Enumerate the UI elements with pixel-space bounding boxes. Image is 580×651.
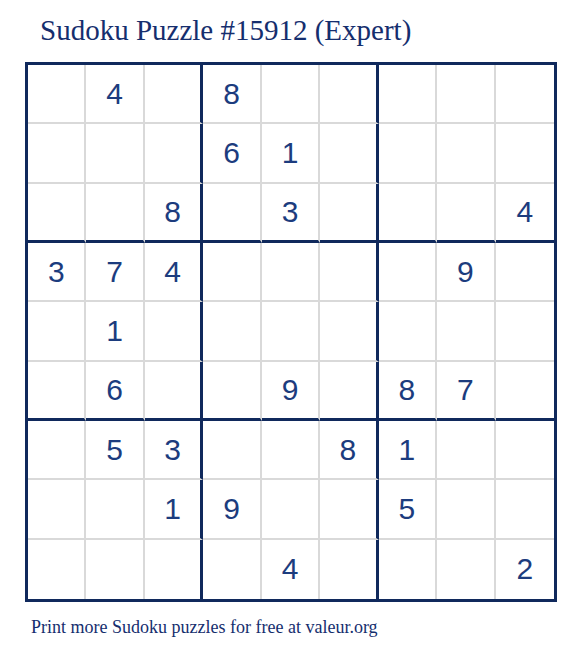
sudoku-cell-r9c2[interactable]: [86, 540, 144, 599]
sudoku-cell-r3c7[interactable]: [379, 184, 437, 243]
sudoku-cell-r2c1[interactable]: [28, 124, 86, 183]
sudoku-cell-r6c5: 9: [262, 362, 320, 421]
sudoku-cell-r8c2[interactable]: [86, 480, 144, 539]
sudoku-cell-r4c4[interactable]: [203, 243, 261, 302]
sudoku-cell-r7c5[interactable]: [262, 421, 320, 480]
sudoku-cell-r1c2: 4: [86, 65, 144, 124]
sudoku-cell-r3c1[interactable]: [28, 184, 86, 243]
sudoku-cell-r9c6[interactable]: [320, 540, 378, 599]
sudoku-cell-r3c4[interactable]: [203, 184, 261, 243]
sudoku-cell-r7c3: 3: [145, 421, 203, 480]
sudoku-cell-r8c3: 1: [145, 480, 203, 539]
sudoku-cell-r2c4: 6: [203, 124, 261, 183]
sudoku-cell-r5c3[interactable]: [145, 302, 203, 361]
sudoku-cell-r9c3[interactable]: [145, 540, 203, 599]
sudoku-cell-r4c1: 3: [28, 243, 86, 302]
sudoku-cell-r1c9[interactable]: [496, 65, 554, 124]
sudoku-cell-r1c5[interactable]: [262, 65, 320, 124]
sudoku-cell-r9c4[interactable]: [203, 540, 261, 599]
sudoku-cell-r5c1[interactable]: [28, 302, 86, 361]
sudoku-cell-r4c5[interactable]: [262, 243, 320, 302]
sudoku-cell-r6c1[interactable]: [28, 362, 86, 421]
sudoku-cell-r5c7[interactable]: [379, 302, 437, 361]
sudoku-cell-r4c9[interactable]: [496, 243, 554, 302]
sudoku-cell-r3c6[interactable]: [320, 184, 378, 243]
sudoku-cell-r8c6[interactable]: [320, 480, 378, 539]
sudoku-cell-r8c9[interactable]: [496, 480, 554, 539]
sudoku-cell-r5c9[interactable]: [496, 302, 554, 361]
sudoku-cell-r7c1[interactable]: [28, 421, 86, 480]
sudoku-cell-r7c4[interactable]: [203, 421, 261, 480]
sudoku-cell-r5c8[interactable]: [437, 302, 495, 361]
sudoku-cell-r2c8[interactable]: [437, 124, 495, 183]
sudoku-cell-r4c3: 4: [145, 243, 203, 302]
sudoku-cell-r6c6[interactable]: [320, 362, 378, 421]
page-title: Sudoku Puzzle #15912 (Expert): [40, 13, 411, 48]
sudoku-cell-r5c2: 1: [86, 302, 144, 361]
sudoku-cell-r9c7[interactable]: [379, 540, 437, 599]
sudoku-cell-r4c8: 9: [437, 243, 495, 302]
sudoku-cell-r8c4: 9: [203, 480, 261, 539]
sudoku-cell-r4c7[interactable]: [379, 243, 437, 302]
sudoku-cell-r5c5[interactable]: [262, 302, 320, 361]
sudoku-cell-r4c6[interactable]: [320, 243, 378, 302]
sudoku-cell-r1c3[interactable]: [145, 65, 203, 124]
sudoku-cell-r9c8[interactable]: [437, 540, 495, 599]
sudoku-cell-r7c8[interactable]: [437, 421, 495, 480]
sudoku-cell-r2c9[interactable]: [496, 124, 554, 183]
sudoku-cell-r4c2: 7: [86, 243, 144, 302]
sudoku-cell-r7c7: 1: [379, 421, 437, 480]
sudoku-cell-r6c3[interactable]: [145, 362, 203, 421]
sudoku-cell-r1c7[interactable]: [379, 65, 437, 124]
sudoku-cell-r3c8[interactable]: [437, 184, 495, 243]
sudoku-cell-r7c2: 5: [86, 421, 144, 480]
sudoku-cell-r2c5: 1: [262, 124, 320, 183]
sudoku-cell-r3c5: 3: [262, 184, 320, 243]
sudoku-cell-r9c5: 4: [262, 540, 320, 599]
sudoku-cell-r1c6[interactable]: [320, 65, 378, 124]
sudoku-cell-r6c9[interactable]: [496, 362, 554, 421]
sudoku-cell-r8c8[interactable]: [437, 480, 495, 539]
sudoku-cell-r9c1[interactable]: [28, 540, 86, 599]
sudoku-board: 4861834374916987538119542: [25, 62, 557, 602]
sudoku-cell-r6c2: 6: [86, 362, 144, 421]
sudoku-cell-r3c2[interactable]: [86, 184, 144, 243]
sudoku-cell-r2c3[interactable]: [145, 124, 203, 183]
sudoku-cell-r7c9[interactable]: [496, 421, 554, 480]
sudoku-cell-r8c7: 5: [379, 480, 437, 539]
sudoku-cell-r5c4[interactable]: [203, 302, 261, 361]
footer-credit-text: Print more Sudoku puzzles for free at va…: [31, 617, 378, 638]
sudoku-cell-r2c6[interactable]: [320, 124, 378, 183]
sudoku-cell-r6c7: 8: [379, 362, 437, 421]
sudoku-cell-r2c2[interactable]: [86, 124, 144, 183]
sudoku-cell-r3c3: 8: [145, 184, 203, 243]
sudoku-cell-r2c7[interactable]: [379, 124, 437, 183]
sudoku-cell-r5c6[interactable]: [320, 302, 378, 361]
sudoku-cell-r1c4: 8: [203, 65, 261, 124]
sudoku-cell-r7c6: 8: [320, 421, 378, 480]
sudoku-cell-r1c8[interactable]: [437, 65, 495, 124]
sudoku-cell-r6c4[interactable]: [203, 362, 261, 421]
sudoku-cell-r1c1[interactable]: [28, 65, 86, 124]
sudoku-cell-r8c1[interactable]: [28, 480, 86, 539]
sudoku-cell-r9c9: 2: [496, 540, 554, 599]
sudoku-cell-r6c8: 7: [437, 362, 495, 421]
sudoku-cell-r8c5[interactable]: [262, 480, 320, 539]
sudoku-cell-r3c9: 4: [496, 184, 554, 243]
